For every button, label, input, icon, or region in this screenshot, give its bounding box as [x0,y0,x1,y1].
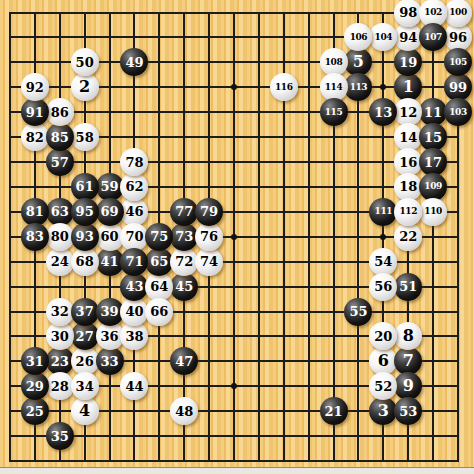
stone-white-80[interactable]: 80 [46,223,74,251]
stone-white-60[interactable]: 60 [96,223,124,251]
stone-white-8[interactable]: 8 [394,322,422,350]
stone-white-114[interactable]: 114 [320,73,348,101]
stone-white-36[interactable]: 36 [96,322,124,350]
stone-black-93[interactable]: 93 [71,223,99,251]
stone-white-86[interactable]: 86 [46,98,74,126]
stone-white-70[interactable]: 70 [120,223,148,251]
star-point [380,234,386,240]
stone-white-98[interactable]: 98 [394,0,422,27]
stone-black-27[interactable]: 27 [71,322,99,350]
stone-black-73[interactable]: 73 [170,223,198,251]
stone-white-34[interactable]: 34 [71,372,99,400]
stone-white-12[interactable]: 12 [394,98,422,126]
star-point [231,383,237,389]
stone-white-44[interactable]: 44 [120,372,148,400]
stone-black-75[interactable]: 75 [145,223,173,251]
grid-line-horizontal [9,460,459,462]
stone-white-38[interactable]: 38 [120,322,148,350]
stone-white-110[interactable]: 110 [419,198,447,226]
stone-black-83[interactable]: 83 [21,223,49,251]
stone-white-14[interactable]: 14 [394,123,422,151]
grid-line-horizontal [9,435,459,437]
stone-black-95[interactable]: 95 [71,198,99,226]
stone-black-71[interactable]: 71 [120,248,148,276]
stone-white-112[interactable]: 112 [394,198,422,226]
grid-line-vertical [432,12,434,463]
stone-white-28[interactable]: 28 [46,372,74,400]
stone-white-32[interactable]: 32 [46,298,74,326]
grid-line-vertical [308,12,310,463]
stone-black-105[interactable]: 105 [444,48,472,76]
stone-white-74[interactable]: 74 [195,248,223,276]
stone-white-26[interactable]: 26 [71,347,99,375]
stone-white-6[interactable]: 6 [369,347,397,375]
stone-white-82[interactable]: 82 [21,123,49,151]
stone-black-11[interactable]: 11 [419,98,447,126]
stone-white-20[interactable]: 20 [369,322,397,350]
stone-white-18[interactable]: 18 [394,173,422,201]
stone-white-72[interactable]: 72 [170,248,198,276]
stone-white-24[interactable]: 24 [46,248,74,276]
stone-white-62[interactable]: 62 [120,173,148,201]
window-bottom-strip [0,467,474,474]
stone-black-47[interactable]: 47 [170,347,198,375]
stone-black-21[interactable]: 21 [320,397,348,425]
stone-black-51[interactable]: 51 [394,273,422,301]
stone-white-108[interactable]: 108 [320,48,348,76]
stone-white-52[interactable]: 52 [369,372,397,400]
stone-white-46[interactable]: 46 [120,198,148,226]
grid-line-vertical [258,12,260,463]
stone-black-77[interactable]: 77 [170,198,198,226]
stone-white-30[interactable]: 30 [46,322,74,350]
star-point [231,234,237,240]
stone-black-55[interactable]: 55 [344,298,372,326]
stone-black-103[interactable]: 103 [444,98,472,126]
stone-black-7[interactable]: 7 [394,347,422,375]
stone-black-81[interactable]: 81 [21,198,49,226]
stone-black-35[interactable]: 35 [46,422,74,450]
stone-white-48[interactable]: 48 [170,397,198,425]
star-point [231,84,237,90]
stone-black-111[interactable]: 111 [369,198,397,226]
stone-white-50[interactable]: 50 [71,48,99,76]
stone-white-66[interactable]: 66 [145,298,173,326]
stone-white-4[interactable]: 4 [71,397,99,425]
stone-black-3[interactable]: 3 [369,397,397,425]
stone-black-65[interactable]: 65 [145,248,173,276]
stone-black-17[interactable]: 17 [419,148,447,176]
stone-white-106[interactable]: 106 [344,23,372,51]
stone-black-99[interactable]: 99 [444,73,472,101]
stone-white-16[interactable]: 16 [394,148,422,176]
stone-white-100[interactable]: 100 [444,0,472,27]
stone-black-9[interactable]: 9 [394,372,422,400]
stone-black-41[interactable]: 41 [96,248,124,276]
stone-white-58[interactable]: 58 [71,123,99,151]
stone-black-63[interactable]: 63 [46,198,74,226]
stone-black-23[interactable]: 23 [46,347,74,375]
stone-white-78[interactable]: 78 [120,148,148,176]
stone-white-68[interactable]: 68 [71,248,99,276]
stone-black-5[interactable]: 5 [344,48,372,76]
stone-white-2[interactable]: 2 [71,73,99,101]
stone-black-25[interactable]: 25 [21,397,49,425]
stone-black-109[interactable]: 109 [419,173,447,201]
stone-black-13[interactable]: 13 [369,98,397,126]
stone-white-94[interactable]: 94 [394,23,422,51]
stone-white-56[interactable]: 56 [369,273,397,301]
stone-black-31[interactable]: 31 [21,347,49,375]
stone-black-107[interactable]: 107 [419,23,447,51]
stone-black-115[interactable]: 115 [320,98,348,126]
stone-white-22[interactable]: 22 [394,223,422,251]
stone-black-69[interactable]: 69 [96,198,124,226]
stone-black-79[interactable]: 79 [195,198,223,226]
stone-black-85[interactable]: 85 [46,123,74,151]
stone-white-76[interactable]: 76 [195,223,223,251]
star-point [380,84,386,90]
stone-black-29[interactable]: 29 [21,372,49,400]
stone-white-64[interactable]: 64 [145,273,173,301]
stone-black-37[interactable]: 37 [71,298,99,326]
stone-black-43[interactable]: 43 [120,273,148,301]
stone-black-61[interactable]: 61 [71,173,99,201]
stone-white-54[interactable]: 54 [369,248,397,276]
stone-black-59[interactable]: 59 [96,173,124,201]
stone-black-57[interactable]: 57 [46,148,74,176]
stone-black-15[interactable]: 15 [419,123,447,151]
stone-white-104[interactable]: 104 [369,23,397,51]
stone-black-45[interactable]: 45 [170,273,198,301]
stone-white-116[interactable]: 116 [270,73,298,101]
stone-black-1[interactable]: 1 [394,73,422,101]
stone-black-91[interactable]: 91 [21,98,49,126]
stone-black-113[interactable]: 113 [344,73,372,101]
go-board[interactable]: 1234567891112131415161718192021222324252… [0,0,474,474]
stone-black-49[interactable]: 49 [120,48,148,76]
stone-black-19[interactable]: 19 [394,48,422,76]
stone-black-33[interactable]: 33 [96,347,124,375]
stone-white-40[interactable]: 40 [120,298,148,326]
stone-black-53[interactable]: 53 [394,397,422,425]
stone-white-92[interactable]: 92 [21,73,49,101]
stone-black-39[interactable]: 39 [96,298,124,326]
stone-white-96[interactable]: 96 [444,23,472,51]
